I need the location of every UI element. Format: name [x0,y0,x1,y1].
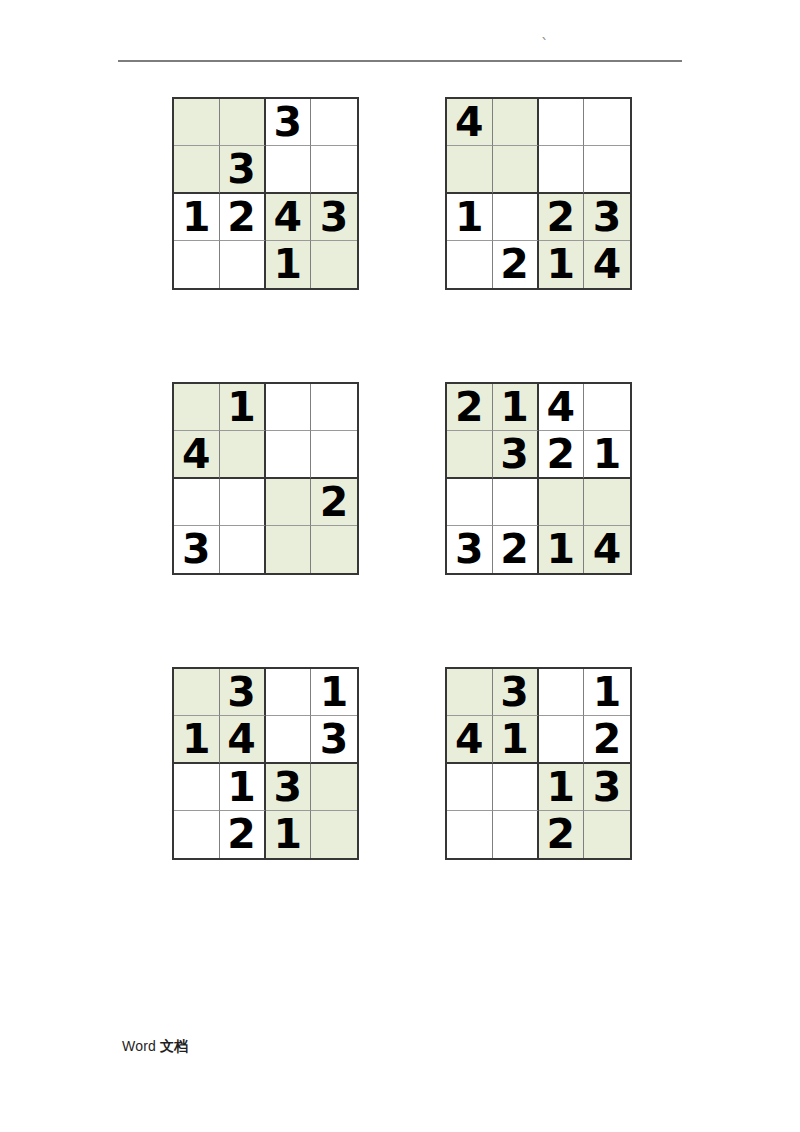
cell-r3c3[interactable] [266,479,312,526]
cell-r1c4[interactable] [311,99,357,146]
cell-r3c3: 3 [266,764,312,811]
cell-r2c2[interactable] [220,431,266,478]
cell-r2c4: 3 [311,716,357,763]
cell-r4c1: 3 [174,526,220,573]
cell-r2c4[interactable] [311,431,357,478]
cell-r4c4[interactable] [584,811,630,858]
cell-r1c2: 1 [493,384,539,431]
cell-r3c1: 1 [174,194,220,241]
cell-r4c2[interactable] [493,811,539,858]
cell-r2c3[interactable] [266,431,312,478]
sudoku-grid-3: 1423 [172,382,359,575]
cell-r1c3[interactable] [539,669,585,716]
cell-r4c1[interactable] [174,811,220,858]
cell-r2c2: 3 [220,146,266,193]
cell-r4c4[interactable] [311,811,357,858]
footer-app-name: Word [122,1038,156,1054]
cell-r2c3[interactable] [539,716,585,763]
cell-r2c4[interactable] [311,146,357,193]
cell-r1c3[interactable] [266,384,312,431]
cell-r4c2: 2 [493,241,539,288]
cell-r1c3: 3 [266,99,312,146]
cell-r2c1: 4 [447,716,493,763]
sudoku-grid-6: 31412132 [445,667,632,860]
cell-r3c1[interactable] [174,764,220,811]
cell-r3c3: 1 [539,764,585,811]
cell-r2c3[interactable] [266,716,312,763]
cell-r1c4: 1 [311,669,357,716]
sudoku-grid-4: 2143213214 [445,382,632,575]
cell-r2c3[interactable] [266,146,312,193]
cell-r4c3: 2 [539,811,585,858]
cell-r3c2[interactable] [493,764,539,811]
cell-r1c4[interactable] [584,384,630,431]
cell-r1c2: 1 [220,384,266,431]
cell-r1c2[interactable] [493,99,539,146]
cell-r2c2: 1 [493,716,539,763]
cell-r3c2[interactable] [493,479,539,526]
cell-r3c3: 4 [266,194,312,241]
document-page: ` 3312431 4123214 1423 2143213214 311431… [0,0,800,1132]
cell-r1c3[interactable] [266,669,312,716]
cell-r4c3: 1 [266,811,312,858]
cell-r3c4: 3 [584,194,630,241]
cell-r4c4[interactable] [311,526,357,573]
cell-r1c3: 4 [539,384,585,431]
cell-r1c1: 2 [447,384,493,431]
cell-r1c4[interactable] [584,99,630,146]
cell-r1c1: 4 [447,99,493,146]
cell-r4c1[interactable] [174,241,220,288]
cell-r3c2: 1 [220,764,266,811]
footer: Word文档 [122,1038,188,1056]
cell-r1c2: 3 [493,669,539,716]
cell-r3c3: 2 [539,194,585,241]
cell-r1c1[interactable] [447,669,493,716]
cell-r2c4: 1 [584,431,630,478]
cell-r2c3: 2 [539,431,585,478]
cell-r1c4[interactable] [311,384,357,431]
stray-backtick-mark: ` [541,36,549,54]
cell-r2c3[interactable] [539,146,585,193]
cell-r4c4: 4 [584,241,630,288]
sudoku-grid-2: 4123214 [445,97,632,290]
cell-r4c2[interactable] [220,241,266,288]
cell-r3c4[interactable] [311,764,357,811]
cell-r3c2[interactable] [220,479,266,526]
sudoku-grid-5: 311431321 [172,667,359,860]
cell-r1c1[interactable] [174,669,220,716]
cell-r2c1[interactable] [174,146,220,193]
cell-r1c1[interactable] [174,99,220,146]
cell-r2c2: 4 [220,716,266,763]
cell-r4c3: 1 [539,241,585,288]
cell-r4c1: 3 [447,526,493,573]
cell-r2c1[interactable] [447,146,493,193]
cell-r3c3[interactable] [539,479,585,526]
cell-r2c2[interactable] [493,146,539,193]
cell-r3c4[interactable] [584,479,630,526]
cell-r3c1[interactable] [174,479,220,526]
cell-r2c1: 1 [174,716,220,763]
cell-r3c2[interactable] [493,194,539,241]
cell-r4c3: 1 [266,241,312,288]
cell-r4c2[interactable] [220,526,266,573]
cell-r4c4[interactable] [311,241,357,288]
cell-r3c4: 2 [311,479,357,526]
cell-r4c3: 1 [539,526,585,573]
cell-r4c1[interactable] [447,241,493,288]
cell-r3c1: 1 [447,194,493,241]
cell-r3c1[interactable] [447,764,493,811]
cell-r4c3[interactable] [266,526,312,573]
cell-r1c4: 1 [584,669,630,716]
cell-r2c4: 2 [584,716,630,763]
cell-r3c1[interactable] [447,479,493,526]
cell-r1c1[interactable] [174,384,220,431]
header-rule [118,60,682,62]
cell-r4c2: 2 [220,811,266,858]
cell-r1c3[interactable] [539,99,585,146]
cell-r3c2: 2 [220,194,266,241]
cell-r4c1[interactable] [447,811,493,858]
cell-r4c4: 4 [584,526,630,573]
cell-r1c2: 3 [220,669,266,716]
cell-r2c1[interactable] [447,431,493,478]
cell-r1c2[interactable] [220,99,266,146]
footer-doc-label: 文档 [160,1038,188,1054]
cell-r3c4: 3 [311,194,357,241]
cell-r2c1: 4 [174,431,220,478]
cell-r3c4: 3 [584,764,630,811]
sudoku-grid-1: 3312431 [172,97,359,290]
cell-r4c2: 2 [493,526,539,573]
cell-r2c2: 3 [493,431,539,478]
cell-r2c4[interactable] [584,146,630,193]
